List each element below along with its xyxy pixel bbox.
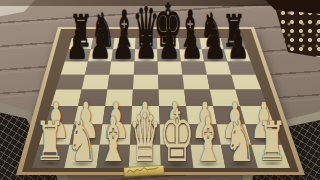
piece-black-pawn-h7[interactable]: ♟ xyxy=(227,24,249,64)
piece-black-pawn-d7[interactable]: ♟ xyxy=(135,24,157,64)
piece-white-bishop-f1[interactable]: ♝ xyxy=(193,109,224,171)
piece-black-pawn-c7[interactable]: ♟ xyxy=(112,24,134,64)
scene: ♜♞♝♛♚♝♞♜♟♟♟♟♟♟♟♟♟♟♟♟♟♟♟♟♜♞♝♛♚♝♞♜ xyxy=(0,0,320,180)
pieces-layer: ♜♞♝♛♚♝♞♜♟♟♟♟♟♟♟♟♟♟♟♟♟♟♟♟♜♞♝♛♚♝♞♜ xyxy=(0,0,320,180)
piece-black-pawn-a7[interactable]: ♟ xyxy=(66,24,88,64)
piece-white-knight-b1[interactable]: ♞ xyxy=(66,112,97,170)
piece-white-queen-d1[interactable]: ♛ xyxy=(128,105,161,172)
piece-white-rook-h1[interactable]: ♜ xyxy=(256,115,286,169)
piece-black-pawn-g7[interactable]: ♟ xyxy=(204,24,226,64)
piece-black-pawn-e7[interactable]: ♟ xyxy=(158,24,180,64)
piece-black-pawn-f7[interactable]: ♟ xyxy=(181,24,203,64)
piece-black-pawn-b7[interactable]: ♟ xyxy=(89,24,111,64)
piece-white-bishop-c1[interactable]: ♝ xyxy=(98,109,129,171)
piece-white-rook-a1[interactable]: ♜ xyxy=(35,115,65,169)
piece-white-knight-g1[interactable]: ♞ xyxy=(224,112,255,170)
piece-white-king-e1[interactable]: ♚ xyxy=(159,100,195,172)
